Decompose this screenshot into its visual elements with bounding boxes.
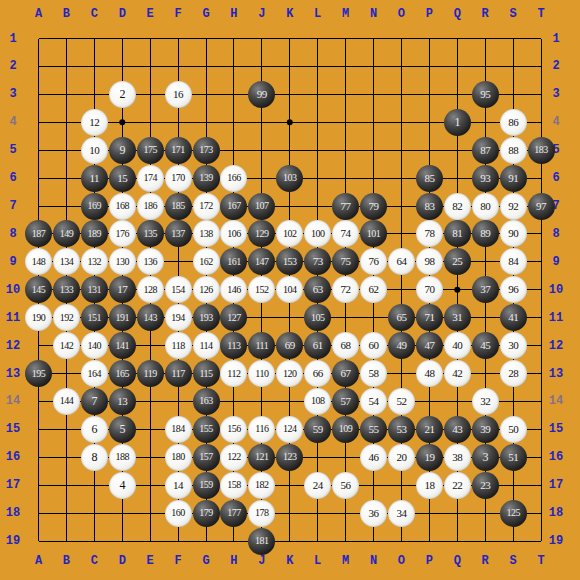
stone-C16[interactable]: 8 (81, 444, 108, 471)
row-label-right-17: 17 (549, 479, 563, 491)
col-label-top-D: D (119, 8, 126, 20)
move-number: 130 (116, 257, 130, 267)
stone-C15[interactable]: 6 (81, 416, 108, 443)
stone-G12[interactable]: 114 (193, 332, 220, 359)
stone-P17[interactable]: 18 (416, 472, 443, 499)
stone-F5[interactable]: 171 (165, 137, 192, 164)
stone-L10[interactable]: 63 (304, 276, 331, 303)
stone-E10[interactable]: 128 (137, 276, 164, 303)
stone-C9[interactable]: 132 (81, 248, 108, 275)
stone-H7[interactable]: 167 (220, 193, 247, 220)
move-number: 37 (480, 284, 490, 295)
stone-H12[interactable]: 113 (220, 332, 247, 359)
stone-A10[interactable]: 145 (25, 276, 52, 303)
stone-D6[interactable]: 15 (109, 165, 136, 192)
stone-Q8[interactable]: 81 (444, 220, 471, 247)
row-label-left-4: 4 (9, 116, 16, 128)
stone-N16[interactable]: 46 (360, 444, 387, 471)
stone-R6[interactable]: 93 (472, 165, 499, 192)
stone-H9[interactable]: 161 (220, 248, 247, 275)
col-label-bottom-H: H (230, 555, 237, 567)
stone-M13[interactable]: 67 (332, 360, 359, 387)
stone-C8[interactable]: 189 (81, 220, 108, 247)
move-number: 175 (143, 145, 157, 155)
move-number: 154 (171, 285, 185, 295)
stone-K13[interactable]: 120 (276, 360, 303, 387)
stone-M15[interactable]: 109 (332, 416, 359, 443)
col-label-top-F: F (174, 8, 181, 20)
move-number: 119 (144, 369, 157, 379)
row-label-right-19: 19 (549, 535, 563, 547)
move-number: 110 (255, 369, 268, 379)
stone-J16[interactable]: 121 (248, 444, 275, 471)
stone-H8[interactable]: 106 (220, 220, 247, 247)
stone-N7[interactable]: 79 (360, 193, 387, 220)
move-number: 2 (120, 88, 126, 100)
stone-S15[interactable]: 50 (500, 416, 527, 443)
move-number: 181 (255, 536, 269, 546)
stone-L13[interactable]: 66 (304, 360, 331, 387)
stone-N12[interactable]: 60 (360, 332, 387, 359)
move-number: 76 (369, 256, 379, 267)
stone-J10[interactable]: 152 (248, 276, 275, 303)
stone-B12[interactable]: 142 (53, 332, 80, 359)
move-number: 30 (508, 340, 518, 351)
move-number: 167 (227, 201, 241, 211)
stone-N9[interactable]: 76 (360, 248, 387, 275)
stone-P6[interactable]: 85 (416, 165, 443, 192)
row-label-right-4: 4 (552, 116, 559, 128)
move-number: 4 (120, 479, 126, 491)
move-number: 96 (508, 284, 518, 295)
stone-A13[interactable]: 195 (25, 360, 52, 387)
move-number: 47 (424, 340, 434, 351)
stone-F16[interactable]: 180 (165, 444, 192, 471)
stone-F10[interactable]: 154 (165, 276, 192, 303)
stone-C14[interactable]: 7 (81, 388, 108, 415)
stone-J13[interactable]: 110 (248, 360, 275, 387)
stone-F18[interactable]: 160 (165, 500, 192, 527)
move-number: 166 (227, 173, 241, 183)
move-number: 168 (116, 201, 130, 211)
stone-R17[interactable]: 23 (472, 472, 499, 499)
stone-K16[interactable]: 123 (276, 444, 303, 471)
stone-S6[interactable]: 91 (500, 165, 527, 192)
stone-G17[interactable]: 159 (193, 472, 220, 499)
stone-G8[interactable]: 138 (193, 220, 220, 247)
stone-G5[interactable]: 173 (193, 137, 220, 164)
stone-S18[interactable]: 125 (500, 500, 527, 527)
move-number: 195 (32, 369, 46, 379)
stone-S8[interactable]: 90 (500, 220, 527, 247)
move-number: 90 (508, 228, 518, 239)
stone-L15[interactable]: 59 (304, 416, 331, 443)
stone-A11[interactable]: 190 (25, 304, 52, 331)
stone-R15[interactable]: 39 (472, 416, 499, 443)
stone-H15[interactable]: 156 (220, 416, 247, 443)
stone-J15[interactable]: 116 (248, 416, 275, 443)
stone-E8[interactable]: 135 (137, 220, 164, 247)
stone-A8[interactable]: 187 (25, 220, 52, 247)
move-number: 163 (199, 396, 213, 406)
col-label-bottom-G: G (202, 555, 209, 567)
move-number: 120 (283, 369, 297, 379)
stone-C11[interactable]: 151 (81, 304, 108, 331)
stone-B9[interactable]: 134 (53, 248, 80, 275)
move-number: 58 (369, 368, 379, 379)
stone-Q17[interactable]: 22 (444, 472, 471, 499)
move-number: 99 (257, 89, 267, 100)
move-number: 191 (116, 313, 130, 323)
stone-G9[interactable]: 162 (193, 248, 220, 275)
move-number: 113 (227, 341, 240, 351)
move-number: 177 (227, 508, 241, 518)
stone-M8[interactable]: 74 (332, 220, 359, 247)
go-board[interactable]: AABBCCDDEEFFGGHHJJKKLLMMNNOOPPQQRRSSTT11… (0, 0, 580, 580)
stone-C4[interactable]: 12 (81, 109, 108, 136)
move-number: 143 (143, 313, 157, 323)
move-number: 165 (116, 369, 130, 379)
stone-S5[interactable]: 88 (500, 137, 527, 164)
stone-H6[interactable]: 166 (220, 165, 247, 192)
move-number: 186 (143, 201, 157, 211)
stone-O18[interactable]: 34 (388, 500, 415, 527)
stone-D8[interactable]: 176 (109, 220, 136, 247)
move-number: 115 (199, 369, 212, 379)
row-label-left-14: 14 (6, 395, 20, 407)
move-number: 45 (480, 340, 490, 351)
stone-C13[interactable]: 164 (81, 360, 108, 387)
move-number: 151 (88, 313, 102, 323)
col-label-bottom-Q: Q (454, 555, 461, 567)
stone-Q16[interactable]: 38 (444, 444, 471, 471)
move-number: 185 (171, 201, 185, 211)
move-number: 92 (508, 201, 518, 212)
stone-L9[interactable]: 73 (304, 248, 331, 275)
col-label-top-H: H (230, 8, 237, 20)
stone-S7[interactable]: 92 (500, 193, 527, 220)
move-number: 75 (341, 256, 351, 267)
stone-H17[interactable]: 158 (220, 472, 247, 499)
stone-P7[interactable]: 83 (416, 193, 443, 220)
move-number: 171 (171, 145, 185, 155)
row-label-right-12: 12 (549, 340, 563, 352)
move-number: 11 (90, 173, 100, 184)
move-number: 98 (424, 256, 434, 267)
move-number: 87 (480, 145, 490, 156)
stone-Q13[interactable]: 42 (444, 360, 471, 387)
row-label-right-11: 11 (549, 312, 563, 324)
stone-D7[interactable]: 168 (109, 193, 136, 220)
stone-F13[interactable]: 117 (165, 360, 192, 387)
stone-R16[interactable]: 3 (472, 444, 499, 471)
stone-P13[interactable]: 48 (416, 360, 443, 387)
stone-P11[interactable]: 71 (416, 304, 443, 331)
stone-C12[interactable]: 140 (81, 332, 108, 359)
stone-Q15[interactable]: 43 (444, 416, 471, 443)
stone-G13[interactable]: 115 (193, 360, 220, 387)
stone-L17[interactable]: 24 (304, 472, 331, 499)
stone-F7[interactable]: 185 (165, 193, 192, 220)
stone-S13[interactable]: 28 (500, 360, 527, 387)
stone-P8[interactable]: 78 (416, 220, 443, 247)
stone-C10[interactable]: 131 (81, 276, 108, 303)
row-label-left-1: 1 (9, 33, 16, 45)
stone-N10[interactable]: 62 (360, 276, 387, 303)
move-number: 108 (311, 396, 325, 406)
stone-O11[interactable]: 65 (388, 304, 415, 331)
stone-O16[interactable]: 20 (388, 444, 415, 471)
stone-J18[interactable]: 178 (248, 500, 275, 527)
stone-H13[interactable]: 112 (220, 360, 247, 387)
stone-R3[interactable]: 95 (472, 81, 499, 108)
row-label-right-15: 15 (549, 423, 563, 435)
stone-J12[interactable]: 111 (248, 332, 275, 359)
move-number: 24 (313, 480, 323, 491)
stone-L12[interactable]: 61 (304, 332, 331, 359)
stone-S12[interactable]: 30 (500, 332, 527, 359)
col-label-top-R: R (482, 8, 489, 20)
stone-O15[interactable]: 53 (388, 416, 415, 443)
stone-G11[interactable]: 193 (193, 304, 220, 331)
row-label-right-2: 2 (552, 60, 559, 72)
stone-F3[interactable]: 16 (165, 81, 192, 108)
move-number: 56 (341, 480, 351, 491)
stone-N13[interactable]: 58 (360, 360, 387, 387)
move-number: 8 (92, 451, 98, 463)
stone-B8[interactable]: 149 (53, 220, 80, 247)
stone-J8[interactable]: 129 (248, 220, 275, 247)
move-number: 84 (508, 256, 518, 267)
stone-D14[interactable]: 13 (109, 388, 136, 415)
stone-K12[interactable]: 69 (276, 332, 303, 359)
move-number: 101 (367, 229, 381, 239)
stone-P9[interactable]: 98 (416, 248, 443, 275)
stone-E5[interactable]: 175 (137, 137, 164, 164)
stone-B10[interactable]: 133 (53, 276, 80, 303)
stone-K15[interactable]: 124 (276, 416, 303, 443)
stone-S10[interactable]: 96 (500, 276, 527, 303)
stone-G7[interactable]: 172 (193, 193, 220, 220)
stone-N14[interactable]: 54 (360, 388, 387, 415)
stone-R14[interactable]: 32 (472, 388, 499, 415)
stone-F11[interactable]: 194 (165, 304, 192, 331)
stone-B11[interactable]: 192 (53, 304, 80, 331)
move-number: 153 (283, 257, 297, 267)
stone-H16[interactable]: 122 (220, 444, 247, 471)
stone-G16[interactable]: 157 (193, 444, 220, 471)
stone-T7[interactable]: 97 (528, 193, 555, 220)
stone-J7[interactable]: 107 (248, 193, 275, 220)
stone-R10[interactable]: 37 (472, 276, 499, 303)
stone-Q9[interactable]: 25 (444, 248, 471, 275)
stone-M7[interactable]: 77 (332, 193, 359, 220)
move-number: 50 (508, 424, 518, 435)
stone-E9[interactable]: 136 (137, 248, 164, 275)
stone-F15[interactable]: 184 (165, 416, 192, 443)
move-number: 52 (396, 396, 406, 407)
move-number: 61 (313, 340, 323, 351)
move-number: 22 (452, 480, 462, 491)
move-number: 69 (285, 340, 295, 351)
move-number: 188 (116, 452, 130, 462)
stone-S16[interactable]: 51 (500, 444, 527, 471)
row-label-left-18: 18 (6, 507, 20, 519)
stone-M14[interactable]: 57 (332, 388, 359, 415)
stone-R7[interactable]: 80 (472, 193, 499, 220)
stone-Q12[interactable]: 40 (444, 332, 471, 359)
stone-J3[interactable]: 99 (248, 81, 275, 108)
move-number: 122 (227, 452, 241, 462)
move-number: 60 (369, 340, 379, 351)
stone-H11[interactable]: 127 (220, 304, 247, 331)
move-number: 13 (117, 396, 127, 407)
stone-E11[interactable]: 143 (137, 304, 164, 331)
stone-D12[interactable]: 141 (109, 332, 136, 359)
col-label-bottom-B: B (63, 555, 70, 567)
move-number: 173 (199, 145, 213, 155)
stone-C7[interactable]: 169 (81, 193, 108, 220)
stone-J9[interactable]: 147 (248, 248, 275, 275)
stone-D10[interactable]: 17 (109, 276, 136, 303)
row-label-left-9: 9 (9, 256, 16, 268)
stone-E7[interactable]: 186 (137, 193, 164, 220)
stone-D13[interactable]: 165 (109, 360, 136, 387)
move-number: 51 (508, 452, 518, 463)
stone-L11[interactable]: 105 (304, 304, 331, 331)
stone-P16[interactable]: 19 (416, 444, 443, 471)
stone-S9[interactable]: 84 (500, 248, 527, 275)
col-label-bottom-A: A (35, 555, 42, 567)
stone-D5[interactable]: 9 (109, 137, 136, 164)
move-number: 40 (452, 340, 462, 351)
stone-R5[interactable]: 87 (472, 137, 499, 164)
stone-E13[interactable]: 119 (137, 360, 164, 387)
stone-F17[interactable]: 14 (165, 472, 192, 499)
stone-L14[interactable]: 108 (304, 388, 331, 415)
stone-P10[interactable]: 70 (416, 276, 443, 303)
stone-D16[interactable]: 188 (109, 444, 136, 471)
move-number: 141 (116, 341, 130, 351)
move-number: 106 (227, 229, 241, 239)
row-label-left-16: 16 (6, 451, 20, 463)
row-label-right-1: 1 (552, 33, 559, 45)
move-number: 36 (369, 508, 379, 519)
stone-N18[interactable]: 36 (360, 500, 387, 527)
move-number: 10 (89, 145, 99, 156)
stone-M10[interactable]: 72 (332, 276, 359, 303)
row-label-left-17: 17 (6, 479, 20, 491)
stone-L8[interactable]: 100 (304, 220, 331, 247)
stone-C6[interactable]: 11 (81, 165, 108, 192)
move-number: 155 (199, 424, 213, 434)
stone-K6[interactable]: 103 (276, 165, 303, 192)
move-number: 133 (60, 285, 74, 295)
stone-D3[interactable]: 2 (109, 81, 136, 108)
move-number: 25 (452, 256, 462, 267)
stone-M9[interactable]: 75 (332, 248, 359, 275)
stone-N8[interactable]: 101 (360, 220, 387, 247)
stone-R12[interactable]: 45 (472, 332, 499, 359)
stone-D17[interactable]: 4 (109, 472, 136, 499)
move-number: 116 (255, 424, 268, 434)
move-number: 129 (255, 229, 269, 239)
move-number: 93 (480, 173, 490, 184)
move-number: 82 (452, 201, 462, 212)
stone-M12[interactable]: 68 (332, 332, 359, 359)
col-label-top-B: B (63, 8, 70, 20)
stone-J17[interactable]: 182 (248, 472, 275, 499)
move-number: 20 (396, 452, 406, 463)
stone-F6[interactable]: 170 (165, 165, 192, 192)
stone-J19[interactable]: 181 (248, 528, 275, 555)
stone-Q11[interactable]: 31 (444, 304, 471, 331)
stone-D15[interactable]: 5 (109, 416, 136, 443)
move-number: 54 (369, 396, 379, 407)
move-number: 104 (283, 285, 297, 295)
stone-E6[interactable]: 174 (137, 165, 164, 192)
col-label-top-J: J (258, 8, 265, 20)
stone-H18[interactable]: 177 (220, 500, 247, 527)
stone-D11[interactable]: 191 (109, 304, 136, 331)
stone-F8[interactable]: 137 (165, 220, 192, 247)
stone-O9[interactable]: 64 (388, 248, 415, 275)
stone-K8[interactable]: 102 (276, 220, 303, 247)
stone-N15[interactable]: 55 (360, 416, 387, 443)
col-label-top-T: T (537, 8, 544, 20)
stone-T5[interactable]: 183 (528, 137, 555, 164)
stone-Q4[interactable]: 1 (444, 109, 471, 136)
stone-O14[interactable]: 52 (388, 388, 415, 415)
row-label-left-13: 13 (6, 368, 20, 380)
stone-A9[interactable]: 148 (25, 248, 52, 275)
move-number: 53 (396, 424, 406, 435)
stone-S4[interactable]: 86 (500, 109, 527, 136)
stone-R8[interactable]: 89 (472, 220, 499, 247)
move-number: 42 (452, 368, 462, 379)
col-label-bottom-E: E (147, 555, 154, 567)
stone-Q7[interactable]: 82 (444, 193, 471, 220)
stone-G10[interactable]: 126 (193, 276, 220, 303)
move-number: 121 (255, 452, 269, 462)
move-number: 7 (92, 395, 98, 407)
stone-G6[interactable]: 139 (193, 165, 220, 192)
move-number: 131 (88, 285, 102, 295)
col-label-top-K: K (286, 8, 293, 20)
stone-G18[interactable]: 179 (193, 500, 220, 527)
stone-K10[interactable]: 104 (276, 276, 303, 303)
move-number: 123 (283, 452, 297, 462)
stone-H10[interactable]: 146 (220, 276, 247, 303)
move-number: 1 (455, 116, 461, 128)
stone-D9[interactable]: 130 (109, 248, 136, 275)
move-number: 48 (424, 368, 434, 379)
move-number: 140 (88, 341, 102, 351)
stone-P12[interactable]: 47 (416, 332, 443, 359)
stone-P15[interactable]: 21 (416, 416, 443, 443)
move-number: 107 (255, 201, 269, 211)
stone-G14[interactable]: 163 (193, 388, 220, 415)
stone-B14[interactable]: 144 (53, 388, 80, 415)
stone-M17[interactable]: 56 (332, 472, 359, 499)
stone-C5[interactable]: 10 (81, 137, 108, 164)
stone-F12[interactable]: 118 (165, 332, 192, 359)
stone-O12[interactable]: 49 (388, 332, 415, 359)
stone-S11[interactable]: 41 (500, 304, 527, 331)
stone-K9[interactable]: 153 (276, 248, 303, 275)
stone-G15[interactable]: 155 (193, 416, 220, 443)
move-number: 39 (480, 424, 490, 435)
